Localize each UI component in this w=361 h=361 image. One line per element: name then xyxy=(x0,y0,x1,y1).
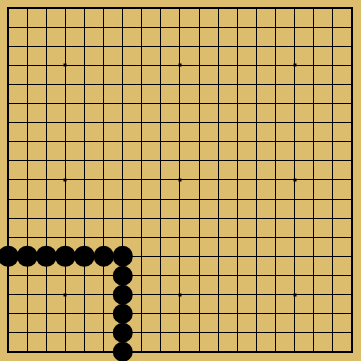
board-point[interactable] xyxy=(304,266,323,285)
board-point[interactable] xyxy=(228,75,247,94)
board-point[interactable] xyxy=(323,304,342,323)
board-point[interactable] xyxy=(228,304,247,323)
board-point[interactable] xyxy=(209,323,228,342)
board-point[interactable] xyxy=(0,247,18,266)
board-point[interactable] xyxy=(75,0,94,18)
board-point[interactable] xyxy=(94,56,113,75)
board-point[interactable] xyxy=(323,190,342,209)
board-point[interactable] xyxy=(113,228,132,247)
board-point[interactable] xyxy=(266,18,285,37)
board-point[interactable] xyxy=(285,170,304,189)
board-point[interactable] xyxy=(304,37,323,56)
board-point[interactable] xyxy=(18,18,37,37)
board-point[interactable] xyxy=(75,18,94,37)
board-point[interactable] xyxy=(209,151,228,170)
board-point[interactable] xyxy=(209,37,228,56)
board-point[interactable] xyxy=(170,304,189,323)
board-point[interactable] xyxy=(75,75,94,94)
board-point[interactable] xyxy=(266,285,285,304)
board-point[interactable] xyxy=(56,113,75,132)
board-point[interactable] xyxy=(285,323,304,342)
board-point[interactable] xyxy=(132,18,151,37)
board-point[interactable] xyxy=(342,266,361,285)
board-point[interactable] xyxy=(285,94,304,113)
board-point[interactable] xyxy=(209,170,228,189)
board-point[interactable] xyxy=(94,209,113,228)
board-point[interactable] xyxy=(228,56,247,75)
board-point[interactable] xyxy=(56,132,75,151)
board-point[interactable] xyxy=(342,209,361,228)
board-point[interactable] xyxy=(94,151,113,170)
board-point[interactable] xyxy=(190,132,209,151)
board-point[interactable] xyxy=(304,75,323,94)
board-point[interactable] xyxy=(266,37,285,56)
board-point[interactable] xyxy=(75,247,94,266)
board-point[interactable] xyxy=(285,342,304,361)
board-point[interactable] xyxy=(170,209,189,228)
board-point[interactable] xyxy=(304,94,323,113)
board-point[interactable] xyxy=(37,247,56,266)
board-point[interactable] xyxy=(113,285,132,304)
board-point[interactable] xyxy=(323,75,342,94)
board-point[interactable] xyxy=(342,75,361,94)
board-point[interactable] xyxy=(247,190,266,209)
board-point[interactable] xyxy=(209,266,228,285)
board-point[interactable] xyxy=(18,75,37,94)
board-point[interactable] xyxy=(37,323,56,342)
board-point[interactable] xyxy=(228,37,247,56)
board-point[interactable] xyxy=(323,0,342,18)
board-point[interactable] xyxy=(75,323,94,342)
board-point[interactable] xyxy=(75,94,94,113)
board-point[interactable] xyxy=(190,323,209,342)
board-point[interactable] xyxy=(323,132,342,151)
board-point[interactable] xyxy=(304,0,323,18)
board-point[interactable] xyxy=(266,190,285,209)
board-point[interactable] xyxy=(94,190,113,209)
board-point[interactable] xyxy=(228,266,247,285)
board-point[interactable] xyxy=(132,247,151,266)
board-point[interactable] xyxy=(304,18,323,37)
board-point[interactable] xyxy=(113,170,132,189)
board-point[interactable] xyxy=(323,37,342,56)
board-point[interactable] xyxy=(56,247,75,266)
board-point[interactable] xyxy=(37,75,56,94)
board-point[interactable] xyxy=(304,228,323,247)
board-point[interactable] xyxy=(170,285,189,304)
board-point[interactable] xyxy=(190,285,209,304)
board-point[interactable] xyxy=(285,247,304,266)
board-point[interactable] xyxy=(323,113,342,132)
board-point[interactable] xyxy=(342,37,361,56)
board-point[interactable] xyxy=(304,285,323,304)
board-point[interactable] xyxy=(75,56,94,75)
board-point[interactable] xyxy=(56,342,75,361)
board-point[interactable] xyxy=(0,94,18,113)
board-point[interactable] xyxy=(190,342,209,361)
board-point[interactable] xyxy=(75,209,94,228)
board-point[interactable] xyxy=(151,228,170,247)
board-point[interactable] xyxy=(0,18,18,37)
board-point[interactable] xyxy=(113,266,132,285)
board-point[interactable] xyxy=(285,190,304,209)
board-point[interactable] xyxy=(151,37,170,56)
board-point[interactable] xyxy=(94,0,113,18)
board-point[interactable] xyxy=(285,209,304,228)
board-point[interactable] xyxy=(0,209,18,228)
board-point[interactable] xyxy=(113,342,132,361)
board-point[interactable] xyxy=(75,113,94,132)
board-point[interactable] xyxy=(304,56,323,75)
board-point[interactable] xyxy=(285,132,304,151)
board-point[interactable] xyxy=(0,75,18,94)
board-point[interactable] xyxy=(304,132,323,151)
board-point[interactable] xyxy=(209,342,228,361)
board-point[interactable] xyxy=(209,285,228,304)
board-point[interactable] xyxy=(75,285,94,304)
board-point[interactable] xyxy=(151,209,170,228)
board-point[interactable] xyxy=(75,304,94,323)
board-point[interactable] xyxy=(56,323,75,342)
board-point[interactable] xyxy=(304,323,323,342)
board-point[interactable] xyxy=(94,75,113,94)
board-point[interactable] xyxy=(56,37,75,56)
board-point[interactable] xyxy=(113,209,132,228)
board-point[interactable] xyxy=(342,323,361,342)
board-point[interactable] xyxy=(285,37,304,56)
board-point[interactable] xyxy=(323,94,342,113)
board-point[interactable] xyxy=(170,190,189,209)
board-point[interactable] xyxy=(37,151,56,170)
board-point[interactable] xyxy=(228,285,247,304)
board-point[interactable] xyxy=(285,228,304,247)
board-point[interactable] xyxy=(304,190,323,209)
board-point[interactable] xyxy=(342,113,361,132)
board-point[interactable] xyxy=(56,151,75,170)
board-point[interactable] xyxy=(247,75,266,94)
board-point[interactable] xyxy=(228,0,247,18)
board-point[interactable] xyxy=(209,18,228,37)
board-point[interactable] xyxy=(132,304,151,323)
board-point[interactable] xyxy=(56,94,75,113)
board-point[interactable] xyxy=(75,342,94,361)
board-point[interactable] xyxy=(209,228,228,247)
board-point[interactable] xyxy=(94,342,113,361)
board-point[interactable] xyxy=(56,209,75,228)
board-point[interactable] xyxy=(266,228,285,247)
board-point[interactable] xyxy=(0,113,18,132)
board-point[interactable] xyxy=(209,94,228,113)
board-point[interactable] xyxy=(209,209,228,228)
board-point[interactable] xyxy=(113,37,132,56)
board-point[interactable] xyxy=(285,266,304,285)
board-point[interactable] xyxy=(247,151,266,170)
board-point[interactable] xyxy=(0,170,18,189)
board-point[interactable] xyxy=(304,170,323,189)
board-point[interactable] xyxy=(170,266,189,285)
board-point[interactable] xyxy=(151,0,170,18)
board-point[interactable] xyxy=(132,75,151,94)
board-point[interactable] xyxy=(266,342,285,361)
board-point[interactable] xyxy=(94,132,113,151)
board-point[interactable] xyxy=(170,94,189,113)
board-point[interactable] xyxy=(170,37,189,56)
board-point[interactable] xyxy=(170,0,189,18)
board-point[interactable] xyxy=(94,170,113,189)
board-point[interactable] xyxy=(209,190,228,209)
board-point[interactable] xyxy=(18,56,37,75)
board-point[interactable] xyxy=(0,190,18,209)
board-point[interactable] xyxy=(170,132,189,151)
board-point[interactable] xyxy=(342,190,361,209)
board-point[interactable] xyxy=(132,190,151,209)
board-point[interactable] xyxy=(266,0,285,18)
board-point[interactable] xyxy=(132,113,151,132)
board-point[interactable] xyxy=(18,285,37,304)
board-point[interactable] xyxy=(56,18,75,37)
board-point[interactable] xyxy=(170,113,189,132)
board-point[interactable] xyxy=(170,247,189,266)
board-point[interactable] xyxy=(94,247,113,266)
board-point[interactable] xyxy=(323,228,342,247)
board-point[interactable] xyxy=(209,75,228,94)
board-point[interactable] xyxy=(285,18,304,37)
board-point[interactable] xyxy=(132,323,151,342)
board-point[interactable] xyxy=(75,266,94,285)
board-point[interactable] xyxy=(18,342,37,361)
board-point[interactable] xyxy=(285,304,304,323)
board-point[interactable] xyxy=(209,0,228,18)
board-point[interactable] xyxy=(18,247,37,266)
board-point[interactable] xyxy=(247,170,266,189)
board-point[interactable] xyxy=(37,304,56,323)
board-point[interactable] xyxy=(342,94,361,113)
board-point[interactable] xyxy=(266,266,285,285)
board-point[interactable] xyxy=(132,285,151,304)
board-point[interactable] xyxy=(170,56,189,75)
board-point[interactable] xyxy=(266,209,285,228)
board-point[interactable] xyxy=(132,132,151,151)
board-point[interactable] xyxy=(132,56,151,75)
board-point[interactable] xyxy=(285,56,304,75)
board-point[interactable] xyxy=(323,266,342,285)
board-point[interactable] xyxy=(151,323,170,342)
board-point[interactable] xyxy=(113,113,132,132)
board-point[interactable] xyxy=(247,304,266,323)
board-point[interactable] xyxy=(132,0,151,18)
board-point[interactable] xyxy=(190,304,209,323)
board-point[interactable] xyxy=(37,132,56,151)
board-point[interactable] xyxy=(0,304,18,323)
board-point[interactable] xyxy=(0,228,18,247)
board-point[interactable] xyxy=(56,304,75,323)
board-point[interactable] xyxy=(113,304,132,323)
board-point[interactable] xyxy=(342,0,361,18)
board-point[interactable] xyxy=(304,151,323,170)
board-point[interactable] xyxy=(0,0,18,18)
board-point[interactable] xyxy=(247,209,266,228)
board-point[interactable] xyxy=(170,75,189,94)
board-point[interactable] xyxy=(94,113,113,132)
board-point[interactable] xyxy=(323,56,342,75)
board-point[interactable] xyxy=(37,0,56,18)
board-point[interactable] xyxy=(132,94,151,113)
board-point[interactable] xyxy=(266,247,285,266)
board-point[interactable] xyxy=(75,37,94,56)
board-point[interactable] xyxy=(0,342,18,361)
board-point[interactable] xyxy=(209,113,228,132)
board-point[interactable] xyxy=(18,113,37,132)
board-point[interactable] xyxy=(342,247,361,266)
board-point[interactable] xyxy=(190,228,209,247)
board-point[interactable] xyxy=(170,342,189,361)
board-point[interactable] xyxy=(151,94,170,113)
board-point[interactable] xyxy=(228,151,247,170)
board-point[interactable] xyxy=(132,151,151,170)
board-point[interactable] xyxy=(94,285,113,304)
board-point[interactable] xyxy=(132,228,151,247)
board-point[interactable] xyxy=(247,0,266,18)
board-point[interactable] xyxy=(132,266,151,285)
board-point[interactable] xyxy=(190,75,209,94)
board-point[interactable] xyxy=(170,151,189,170)
board-point[interactable] xyxy=(151,285,170,304)
board-point[interactable] xyxy=(285,285,304,304)
board-point[interactable] xyxy=(228,342,247,361)
board-point[interactable] xyxy=(0,37,18,56)
board-point[interactable] xyxy=(247,113,266,132)
board-point[interactable] xyxy=(323,170,342,189)
board-point[interactable] xyxy=(75,132,94,151)
board-point[interactable] xyxy=(342,342,361,361)
board-point[interactable] xyxy=(170,228,189,247)
board-point[interactable] xyxy=(113,151,132,170)
board-point[interactable] xyxy=(94,18,113,37)
board-point[interactable] xyxy=(190,113,209,132)
board-point[interactable] xyxy=(37,56,56,75)
board-point[interactable] xyxy=(113,75,132,94)
board-point[interactable] xyxy=(56,228,75,247)
board-point[interactable] xyxy=(285,113,304,132)
board-point[interactable] xyxy=(266,113,285,132)
board-point[interactable] xyxy=(228,209,247,228)
board-point[interactable] xyxy=(266,75,285,94)
board-point[interactable] xyxy=(228,113,247,132)
board-point[interactable] xyxy=(190,190,209,209)
board-point[interactable] xyxy=(113,190,132,209)
board-point[interactable] xyxy=(247,285,266,304)
board-point[interactable] xyxy=(228,190,247,209)
board-point[interactable] xyxy=(247,56,266,75)
board-point[interactable] xyxy=(94,228,113,247)
board-point[interactable] xyxy=(304,342,323,361)
board-point[interactable] xyxy=(209,132,228,151)
board-point[interactable] xyxy=(113,56,132,75)
board-point[interactable] xyxy=(170,18,189,37)
board-point[interactable] xyxy=(151,170,170,189)
board-point[interactable] xyxy=(209,304,228,323)
board-point[interactable] xyxy=(0,266,18,285)
board-point[interactable] xyxy=(113,18,132,37)
board-point[interactable] xyxy=(323,247,342,266)
board-point[interactable] xyxy=(113,132,132,151)
board-point[interactable] xyxy=(0,56,18,75)
board-point[interactable] xyxy=(304,247,323,266)
board-point[interactable] xyxy=(323,285,342,304)
board-point[interactable] xyxy=(247,342,266,361)
board-point[interactable] xyxy=(266,94,285,113)
board-point[interactable] xyxy=(94,37,113,56)
board-point[interactable] xyxy=(56,75,75,94)
board-point[interactable] xyxy=(190,209,209,228)
board-point[interactable] xyxy=(56,0,75,18)
board-point[interactable] xyxy=(323,151,342,170)
board-point[interactable] xyxy=(190,0,209,18)
board-point[interactable] xyxy=(342,18,361,37)
board-point[interactable] xyxy=(228,18,247,37)
board-point[interactable] xyxy=(75,170,94,189)
board-point[interactable] xyxy=(285,151,304,170)
board-point[interactable] xyxy=(0,323,18,342)
board-point[interactable] xyxy=(342,285,361,304)
board-point[interactable] xyxy=(228,94,247,113)
board-point[interactable] xyxy=(228,132,247,151)
board-point[interactable] xyxy=(56,56,75,75)
board-point[interactable] xyxy=(151,151,170,170)
board-point[interactable] xyxy=(113,94,132,113)
board-point[interactable] xyxy=(285,0,304,18)
board-point[interactable] xyxy=(342,304,361,323)
board-point[interactable] xyxy=(56,170,75,189)
board-point[interactable] xyxy=(304,304,323,323)
board-point[interactable] xyxy=(94,94,113,113)
board-point[interactable] xyxy=(323,18,342,37)
board-point[interactable] xyxy=(170,170,189,189)
board-point[interactable] xyxy=(247,228,266,247)
board-point[interactable] xyxy=(266,304,285,323)
board-point[interactable] xyxy=(37,94,56,113)
board-point[interactable] xyxy=(37,113,56,132)
board-point[interactable] xyxy=(323,342,342,361)
board-point[interactable] xyxy=(132,209,151,228)
board-point[interactable] xyxy=(342,56,361,75)
board-point[interactable] xyxy=(151,266,170,285)
board-point[interactable] xyxy=(209,247,228,266)
board-point[interactable] xyxy=(18,266,37,285)
board-point[interactable] xyxy=(228,170,247,189)
board-point[interactable] xyxy=(323,209,342,228)
board-point[interactable] xyxy=(37,342,56,361)
board-point[interactable] xyxy=(37,190,56,209)
board-point[interactable] xyxy=(190,151,209,170)
board-point[interactable] xyxy=(132,37,151,56)
board-point[interactable] xyxy=(151,190,170,209)
board-point[interactable] xyxy=(266,323,285,342)
board-point[interactable] xyxy=(37,209,56,228)
board-point[interactable] xyxy=(247,37,266,56)
board-point[interactable] xyxy=(56,285,75,304)
board-point[interactable] xyxy=(18,37,37,56)
board-point[interactable] xyxy=(190,18,209,37)
board-point[interactable] xyxy=(0,132,18,151)
board-point[interactable] xyxy=(151,132,170,151)
board-point[interactable] xyxy=(190,37,209,56)
board-point[interactable] xyxy=(18,132,37,151)
board-point[interactable] xyxy=(209,56,228,75)
board-point[interactable] xyxy=(228,228,247,247)
board-point[interactable] xyxy=(151,304,170,323)
board-point[interactable] xyxy=(56,266,75,285)
